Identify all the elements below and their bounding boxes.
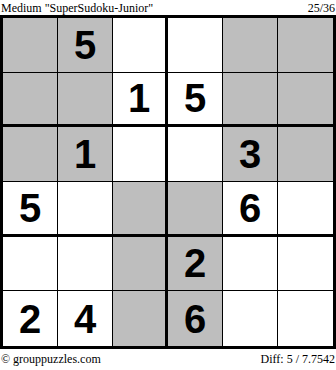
cell-r4c3[interactable] — [113, 182, 168, 237]
cell-r3c5[interactable]: 3 — [223, 127, 278, 182]
cell-r6c4[interactable]: 6 — [168, 291, 223, 346]
cell-r3c2[interactable]: 1 — [58, 127, 113, 182]
cell-r4c2[interactable] — [58, 182, 113, 237]
cell-r2c6[interactable] — [278, 73, 333, 128]
cell-r5c6[interactable] — [278, 237, 333, 292]
cell-r4c4[interactable] — [168, 182, 223, 237]
cell-r3c3[interactable] — [113, 127, 168, 182]
difficulty-text: Diff: 5 / 7.7542 — [261, 353, 335, 366]
copyright-text: © grouppuzzles.com — [1, 353, 101, 366]
cell-r6c2[interactable]: 4 — [58, 291, 113, 346]
cell-r1c1[interactable] — [3, 18, 58, 73]
cell-r5c4[interactable]: 2 — [168, 237, 223, 292]
puzzle-counter: 25/36 — [308, 2, 335, 15]
cell-r3c6[interactable] — [278, 127, 333, 182]
cell-r5c5[interactable] — [223, 237, 278, 292]
cell-r1c6[interactable] — [278, 18, 333, 73]
cell-r4c1[interactable]: 5 — [3, 182, 58, 237]
cell-r6c5[interactable] — [223, 291, 278, 346]
cell-r2c5[interactable] — [223, 73, 278, 128]
cell-r5c1[interactable] — [3, 237, 58, 292]
puzzle-title: Medium "SuperSudoku-Junior" — [1, 2, 153, 15]
cell-r1c3[interactable] — [113, 18, 168, 73]
cell-r1c4[interactable] — [168, 18, 223, 73]
cell-r3c4[interactable] — [168, 127, 223, 182]
cell-r2c3[interactable]: 1 — [113, 73, 168, 128]
header: Medium "SuperSudoku-Junior" 25/36 — [0, 0, 336, 15]
cell-r3c1[interactable] — [3, 127, 58, 182]
cell-r4c6[interactable] — [278, 182, 333, 237]
sudoku-board: 51513562246 — [0, 15, 336, 349]
cell-r1c2[interactable]: 5 — [58, 18, 113, 73]
cell-r4c5[interactable]: 6 — [223, 182, 278, 237]
cell-r6c6[interactable] — [278, 291, 333, 346]
cell-r5c3[interactable] — [113, 237, 168, 292]
cell-r2c2[interactable] — [58, 73, 113, 128]
cell-r1c5[interactable] — [223, 18, 278, 73]
cell-r2c4[interactable]: 5 — [168, 73, 223, 128]
cell-r2c1[interactable] — [3, 73, 58, 128]
cell-r6c1[interactable]: 2 — [3, 291, 58, 346]
cell-r5c2[interactable] — [58, 237, 113, 292]
footer: © grouppuzzles.com Diff: 5 / 7.7542 — [0, 349, 336, 370]
cell-r6c3[interactable] — [113, 291, 168, 346]
